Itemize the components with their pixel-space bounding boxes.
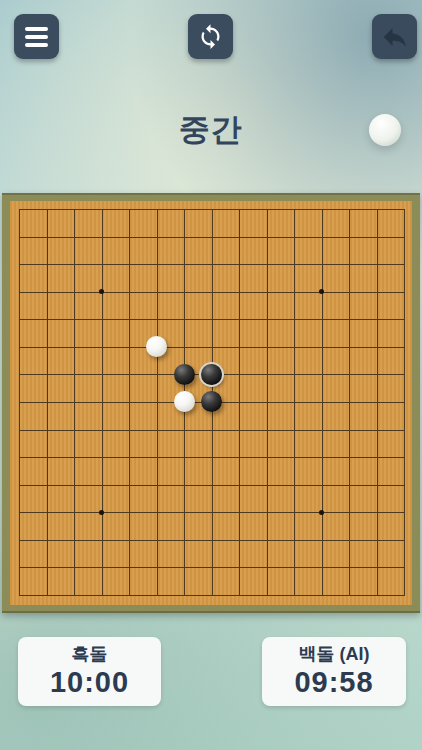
game-board [2, 193, 420, 613]
white-stone [146, 336, 167, 357]
white-player-time: 09:58 [294, 666, 373, 699]
star-point [99, 289, 104, 294]
turn-indicator-stone [369, 114, 401, 146]
white-stone [174, 391, 195, 412]
undo-arrow-icon [380, 22, 410, 52]
black-player-clock: 흑돌 10:00 [18, 637, 161, 706]
black-stone-last-move [201, 364, 222, 385]
white-player-clock: 백돌 (AI) 09:58 [262, 637, 406, 706]
black-stone [201, 391, 222, 412]
restart-button[interactable] [188, 14, 233, 59]
star-point [319, 510, 324, 515]
black-stone [174, 364, 195, 385]
black-player-time: 10:00 [50, 666, 129, 699]
black-player-label: 흑돌 [72, 644, 108, 666]
white-player-label: 백돌 (AI) [299, 644, 370, 666]
star-point [99, 510, 104, 515]
board-wood [10, 201, 412, 605]
star-point [319, 289, 324, 294]
board-grid[interactable] [5, 195, 418, 609]
page-title: 중간 [0, 109, 422, 151]
menu-button[interactable] [14, 14, 59, 59]
sync-refresh-icon [197, 23, 224, 50]
hamburger-menu-icon [25, 27, 48, 47]
undo-button[interactable] [372, 14, 417, 59]
